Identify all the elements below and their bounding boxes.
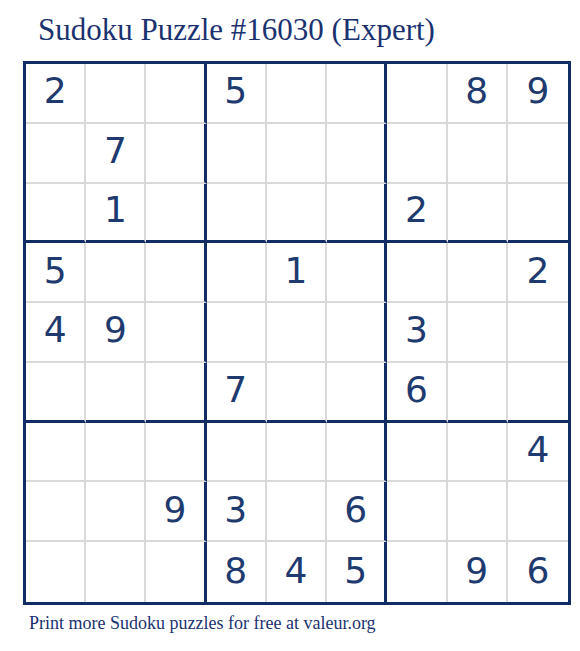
cell-r2c2: 7 — [86, 124, 146, 184]
cell-r7c5[interactable] — [267, 423, 327, 483]
cell-r5c1: 4 — [26, 303, 86, 363]
cell-r3c3[interactable] — [146, 184, 206, 244]
cell-r5c2: 9 — [86, 303, 146, 363]
cell-r6c6[interactable] — [327, 363, 387, 423]
cell-r6c1[interactable] — [26, 363, 86, 423]
cell-r8c3: 9 — [146, 482, 206, 542]
cell-r2c8[interactable] — [448, 124, 508, 184]
cell-r9c2[interactable] — [86, 542, 146, 602]
cell-r5c3[interactable] — [146, 303, 206, 363]
cell-r6c2[interactable] — [86, 363, 146, 423]
cell-r7c3[interactable] — [146, 423, 206, 483]
cell-r1c7[interactable] — [387, 64, 447, 124]
cell-r2c5[interactable] — [267, 124, 327, 184]
cell-r7c2[interactable] — [86, 423, 146, 483]
cell-r2c1[interactable] — [26, 124, 86, 184]
cell-r9c5: 4 — [267, 542, 327, 602]
cell-r4c1: 5 — [26, 243, 86, 303]
cell-r1c9: 9 — [508, 64, 568, 124]
sudoku-board: 258971251249376493684596 — [23, 61, 571, 605]
cell-r4c5: 1 — [267, 243, 327, 303]
cell-r8c9[interactable] — [508, 482, 568, 542]
cell-r4c7[interactable] — [387, 243, 447, 303]
cell-r6c3[interactable] — [146, 363, 206, 423]
cell-r6c7: 6 — [387, 363, 447, 423]
cell-r9c7[interactable] — [387, 542, 447, 602]
cell-r5c8[interactable] — [448, 303, 508, 363]
cell-r3c6[interactable] — [327, 184, 387, 244]
cell-r8c5[interactable] — [267, 482, 327, 542]
cell-r4c2[interactable] — [86, 243, 146, 303]
cell-r6c5[interactable] — [267, 363, 327, 423]
cell-r8c7[interactable] — [387, 482, 447, 542]
cell-r9c8: 9 — [448, 542, 508, 602]
cell-r1c5[interactable] — [267, 64, 327, 124]
cell-r1c6[interactable] — [327, 64, 387, 124]
cell-r9c1[interactable] — [26, 542, 86, 602]
cell-r1c3[interactable] — [146, 64, 206, 124]
cell-r6c9[interactable] — [508, 363, 568, 423]
cell-r3c1[interactable] — [26, 184, 86, 244]
cell-r7c1[interactable] — [26, 423, 86, 483]
cell-r7c8[interactable] — [448, 423, 508, 483]
cell-r5c6[interactable] — [327, 303, 387, 363]
cell-r7c4[interactable] — [207, 423, 267, 483]
cell-r5c7: 3 — [387, 303, 447, 363]
cell-r9c3[interactable] — [146, 542, 206, 602]
cell-r6c4: 7 — [207, 363, 267, 423]
cell-r3c8[interactable] — [448, 184, 508, 244]
cell-r9c9: 6 — [508, 542, 568, 602]
cell-r7c6[interactable] — [327, 423, 387, 483]
cell-r8c1[interactable] — [26, 482, 86, 542]
cell-r3c9[interactable] — [508, 184, 568, 244]
cell-r2c4[interactable] — [207, 124, 267, 184]
cell-r7c7[interactable] — [387, 423, 447, 483]
cell-r8c2[interactable] — [86, 482, 146, 542]
cell-r5c5[interactable] — [267, 303, 327, 363]
cell-r9c6: 5 — [327, 542, 387, 602]
cell-r4c6[interactable] — [327, 243, 387, 303]
cell-r8c8[interactable] — [448, 482, 508, 542]
cell-r8c4: 3 — [207, 482, 267, 542]
cell-r4c4[interactable] — [207, 243, 267, 303]
cell-r1c1: 2 — [26, 64, 86, 124]
cell-r3c5[interactable] — [267, 184, 327, 244]
cell-r9c4: 8 — [207, 542, 267, 602]
cell-r2c7[interactable] — [387, 124, 447, 184]
cell-r2c6[interactable] — [327, 124, 387, 184]
cell-r3c4[interactable] — [207, 184, 267, 244]
cell-r1c8: 8 — [448, 64, 508, 124]
cell-r3c2: 1 — [86, 184, 146, 244]
cell-r1c2[interactable] — [86, 64, 146, 124]
cell-r4c9: 2 — [508, 243, 568, 303]
cell-r2c3[interactable] — [146, 124, 206, 184]
cell-r7c9: 4 — [508, 423, 568, 483]
cell-r1c4: 5 — [207, 64, 267, 124]
cell-r6c8[interactable] — [448, 363, 508, 423]
cell-r4c8[interactable] — [448, 243, 508, 303]
cell-r5c4[interactable] — [207, 303, 267, 363]
cell-r3c7: 2 — [387, 184, 447, 244]
puzzle-title: Sudoku Puzzle #16030 (Expert) — [38, 12, 435, 48]
footer-text: Print more Sudoku puzzles for free at va… — [29, 613, 376, 634]
cell-r5c9[interactable] — [508, 303, 568, 363]
cell-r4c3[interactable] — [146, 243, 206, 303]
page: Sudoku Puzzle #16030 (Expert) 2589712512… — [0, 0, 580, 651]
cell-r2c9[interactable] — [508, 124, 568, 184]
cell-r8c6: 6 — [327, 482, 387, 542]
